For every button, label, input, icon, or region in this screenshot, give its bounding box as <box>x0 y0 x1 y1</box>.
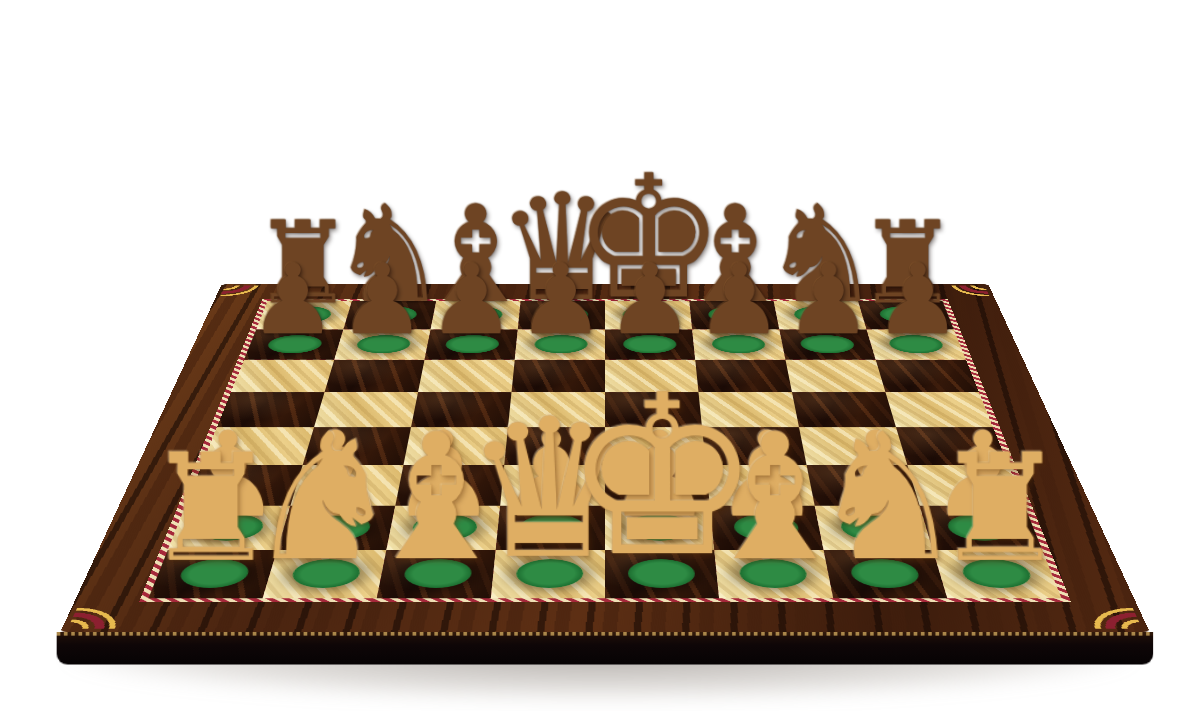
piece-black-pawn-a7[interactable]: ♟ <box>249 251 336 349</box>
square-g7[interactable]: ♟ <box>779 329 875 359</box>
piece-black-pawn-d7[interactable]: ♟ <box>517 251 604 349</box>
dotted-inlay-frame: ♜♞♝♛♚♝♞♜♟♟♟♟♟♟♟♟♟♟♟♟♟♟♟♟♜♞♝♛♚♝♞♜ <box>139 299 1071 602</box>
square-g6[interactable] <box>785 360 885 393</box>
perspective-stage: ♜♞♝♛♚♝♞♜♟♟♟♟♟♟♟♟♟♟♟♟♟♟♟♟♜♞♝♛♚♝♞♜ <box>155 0 1055 711</box>
square-h7[interactable]: ♟ <box>867 329 966 359</box>
square-g1[interactable]: ♞ <box>824 550 948 598</box>
photo-scene: ♜♞♝♛♚♝♞♜♟♟♟♟♟♟♟♟♟♟♟♟♟♟♟♟♜♞♝♛♚♝♞♜ <box>0 0 1200 711</box>
square-a6[interactable] <box>231 360 334 393</box>
square-c7[interactable]: ♟ <box>425 329 518 359</box>
board-grid: ♜♞♝♛♚♝♞♜♟♟♟♟♟♟♟♟♟♟♟♟♟♟♟♟♜♞♝♛♚♝♞♜ <box>149 301 1062 598</box>
square-b6[interactable] <box>324 360 424 393</box>
piece-black-pawn-g7[interactable]: ♟ <box>784 251 871 349</box>
chess-board: ♜♞♝♛♚♝♞♜♟♟♟♟♟♟♟♟♟♟♟♟♟♟♟♟♜♞♝♛♚♝♞♜ <box>60 284 1149 632</box>
piece-black-pawn-c7[interactable]: ♟ <box>427 251 514 349</box>
square-h6[interactable] <box>876 360 979 393</box>
square-e1[interactable]: ♚ <box>605 550 719 598</box>
square-a7[interactable]: ♟ <box>244 329 343 359</box>
piece-white-king-e1[interactable]: ♚ <box>562 366 761 588</box>
piece-black-pawn-f7[interactable]: ♟ <box>695 251 782 349</box>
piece-black-pawn-h7[interactable]: ♟ <box>874 251 961 349</box>
board-front-edge <box>57 632 1154 665</box>
piece-black-pawn-e7[interactable]: ♟ <box>606 251 693 349</box>
square-b7[interactable]: ♟ <box>334 329 430 359</box>
piece-black-pawn-b7[interactable]: ♟ <box>338 251 425 349</box>
piece-white-knight-g1[interactable]: ♞ <box>809 410 966 585</box>
